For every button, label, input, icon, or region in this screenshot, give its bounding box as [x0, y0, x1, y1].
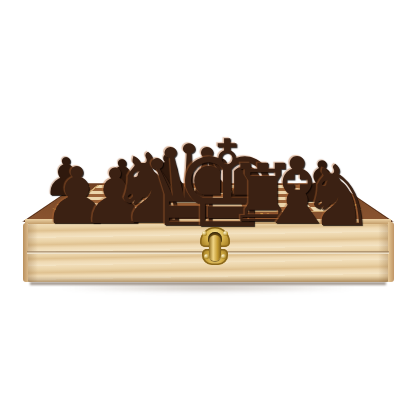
chess-set-product-photo: abcdefgh 12345678 12345678 ♟ ♟ ♟ ♟ ♟ ♟ ♟… — [0, 0, 416, 416]
screw-icon — [221, 254, 226, 259]
screw-icon — [204, 254, 209, 259]
ground-shadow — [58, 284, 358, 292]
box-contact-shadow — [30, 282, 386, 285]
piece-knight-h1: ♞ — [300, 154, 375, 238]
